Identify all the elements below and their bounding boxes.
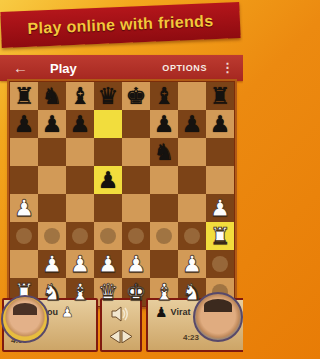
white-pawn: ♟ [126,250,147,278]
square-d8[interactable]: ♛ [94,82,122,110]
square-a5[interactable] [10,166,38,194]
black-bishop: ♝ [70,82,91,110]
square-h3[interactable]: ♜ [206,222,234,250]
sound-button[interactable] [108,305,134,323]
options-button[interactable]: OPTIONS [162,63,207,73]
black-pawn: ♟ [14,110,35,138]
legal-move-dot [184,228,200,244]
black-pawn: ♟ [98,166,119,194]
square-h8[interactable]: ♜ [206,82,234,110]
square-a7[interactable]: ♟ [10,110,38,138]
square-h2[interactable] [206,250,234,278]
center-controls [100,298,142,352]
black-pawn: ♟ [154,110,175,138]
square-a4[interactable]: ♟ [10,194,38,222]
square-g8[interactable] [178,82,206,110]
black-rook: ♜ [14,82,35,110]
square-a6[interactable] [10,138,38,166]
back-arrow-icon[interactable]: ← [13,55,28,81]
square-a8[interactable]: ♜ [10,82,38,110]
white-rook: ♜ [210,222,231,250]
square-d7[interactable] [94,110,122,138]
legal-move-dot [72,228,88,244]
promo-banner-text: Play online with friends [27,12,213,38]
white-pawn: ♟ [210,194,231,222]
square-f6[interactable]: ♞ [150,138,178,166]
square-b2[interactable]: ♟ [38,250,66,278]
square-a3[interactable] [10,222,38,250]
avatar-you[interactable] [1,295,49,343]
square-h7[interactable]: ♟ [206,110,234,138]
square-a2[interactable] [10,250,38,278]
square-g6[interactable] [178,138,206,166]
white-pawn: ♟ [42,250,63,278]
square-f4[interactable] [150,194,178,222]
square-e8[interactable]: ♚ [122,82,150,110]
black-pawn: ♟ [42,110,63,138]
avatar-opponent[interactable] [193,292,243,342]
speaker-icon [111,306,131,322]
square-c8[interactable]: ♝ [66,82,94,110]
legal-move-dot [16,228,32,244]
square-e4[interactable] [122,194,150,222]
chess-board: ♜♞♝♛♚♝♜♟♟♟♟♟♟♞♟♟♟♜♟♟♟♟♟♜♞♝♛♚♝♞ [9,81,235,307]
square-e2[interactable]: ♟ [122,250,150,278]
black-rook: ♜ [210,82,231,110]
square-f7[interactable]: ♟ [150,110,178,138]
square-f5[interactable] [150,166,178,194]
white-pawn-icon: ♟ [61,305,74,319]
white-pawn: ♟ [70,250,91,278]
square-g5[interactable] [178,166,206,194]
square-c6[interactable] [66,138,94,166]
diamond-arrows-icon [109,330,133,343]
black-knight: ♞ [42,82,63,110]
black-pawn: ♟ [210,110,231,138]
black-pawn: ♟ [70,110,91,138]
square-e6[interactable] [122,138,150,166]
square-g3[interactable] [178,222,206,250]
black-king: ♚ [126,82,147,110]
square-b4[interactable] [38,194,66,222]
square-h6[interactable] [206,138,234,166]
square-c3[interactable] [66,222,94,250]
square-b5[interactable] [38,166,66,194]
square-f2[interactable] [150,250,178,278]
square-g2[interactable]: ♟ [178,250,206,278]
square-b7[interactable]: ♟ [38,110,66,138]
timer-opponent: 4:23 [183,333,199,342]
legal-move-dot [128,228,144,244]
legal-move-dot [212,256,228,272]
square-c4[interactable] [66,194,94,222]
square-b6[interactable] [38,138,66,166]
square-h4[interactable]: ♟ [206,194,234,222]
legal-move-dot [100,228,116,244]
square-e7[interactable] [122,110,150,138]
overflow-menu-icon[interactable]: ⋮ [221,55,234,81]
white-pawn: ♟ [14,194,35,222]
promo-banner[interactable]: Play online with friends [0,2,240,48]
square-g7[interactable]: ♟ [178,110,206,138]
legal-move-dot [156,228,172,244]
white-pawn: ♟ [182,250,203,278]
square-c2[interactable]: ♟ [66,250,94,278]
square-e5[interactable] [122,166,150,194]
flip-board-button[interactable] [108,327,134,345]
square-b8[interactable]: ♞ [38,82,66,110]
legal-move-dot [44,228,60,244]
square-b3[interactable] [38,222,66,250]
black-bishop: ♝ [154,82,175,110]
square-d4[interactable] [94,194,122,222]
page-title: Play [50,61,77,76]
white-pawn: ♟ [98,250,119,278]
black-pawn-icon: ♟ [155,305,168,319]
square-h5[interactable] [206,166,234,194]
square-g4[interactable] [178,194,206,222]
square-d5[interactable]: ♟ [94,166,122,194]
square-f3[interactable] [150,222,178,250]
square-e3[interactable] [122,222,150,250]
black-queen: ♛ [98,82,119,110]
app-header: ← Play OPTIONS ⋮ [0,55,243,81]
square-d2[interactable]: ♟ [94,250,122,278]
square-d3[interactable] [94,222,122,250]
square-d6[interactable] [94,138,122,166]
black-knight: ♞ [154,138,175,166]
square-c5[interactable] [66,166,94,194]
player-name-opponent: Virat [171,307,191,317]
square-f8[interactable]: ♝ [150,82,178,110]
black-pawn: ♟ [182,110,203,138]
square-c7[interactable]: ♟ [66,110,94,138]
